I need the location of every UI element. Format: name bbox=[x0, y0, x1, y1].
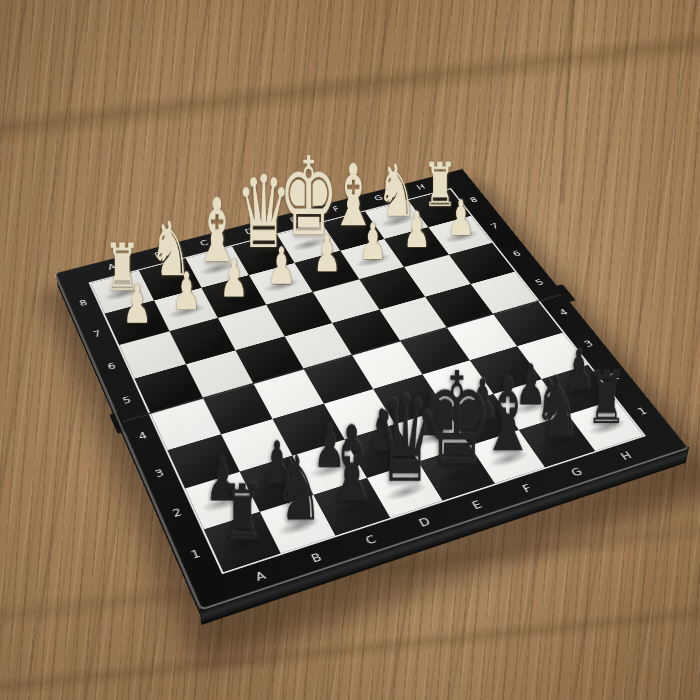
square-a1: ♜ bbox=[204, 512, 280, 572]
square-a7: ♟ bbox=[105, 300, 169, 345]
file-label-near-g: G bbox=[569, 466, 584, 478]
file-label-near-f: F bbox=[520, 483, 533, 494]
file-label-near-d: D bbox=[417, 516, 432, 529]
piece-black-rook: ♜ bbox=[179, 475, 306, 552]
rank-label-left-5: 5 bbox=[121, 395, 132, 405]
file-label-near-a: A bbox=[254, 570, 268, 583]
file-label-near-b: B bbox=[309, 552, 323, 565]
rank-label-left-6: 6 bbox=[106, 362, 117, 372]
wood-grain-streak bbox=[0, 25, 700, 150]
rank-label-left-4: 4 bbox=[137, 431, 149, 442]
rank-label-right-6: 6 bbox=[511, 250, 522, 258]
rank-label-left-1: 1 bbox=[189, 548, 202, 560]
file-label-near-c: C bbox=[364, 534, 378, 547]
wood-plank-seam bbox=[560, 0, 574, 203]
rank-label-right-4: 4 bbox=[557, 308, 569, 317]
file-label-near-h: H bbox=[619, 450, 634, 461]
rank-label-right-5: 5 bbox=[534, 278, 546, 287]
file-label-near-e: E bbox=[470, 499, 483, 511]
rank-label-left-7: 7 bbox=[92, 329, 103, 338]
